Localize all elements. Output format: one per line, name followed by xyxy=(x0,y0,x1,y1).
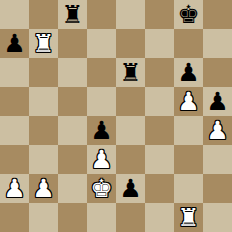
square-a4[interactable] xyxy=(0,116,29,145)
black-pawn[interactable]: ♟ xyxy=(206,87,228,116)
square-b4[interactable] xyxy=(29,116,58,145)
square-h7[interactable] xyxy=(203,29,232,58)
white-pawn[interactable]: ♟ xyxy=(3,174,25,203)
square-b6[interactable] xyxy=(29,58,58,87)
square-b2[interactable]: ♟ xyxy=(29,174,58,203)
square-e4[interactable] xyxy=(116,116,145,145)
square-e2[interactable]: ♟ xyxy=(116,174,145,203)
square-e6[interactable]: ♜ xyxy=(116,58,145,87)
square-g4[interactable] xyxy=(174,116,203,145)
square-c1[interactable] xyxy=(58,203,87,232)
square-h4[interactable]: ♟ xyxy=(203,116,232,145)
black-pawn[interactable]: ♟ xyxy=(177,58,199,87)
square-b3[interactable] xyxy=(29,145,58,174)
black-king[interactable]: ♚ xyxy=(177,0,199,29)
square-d5[interactable] xyxy=(87,87,116,116)
black-pawn[interactable]: ♟ xyxy=(3,29,25,58)
square-g3[interactable] xyxy=(174,145,203,174)
square-f5[interactable] xyxy=(145,87,174,116)
square-f4[interactable] xyxy=(145,116,174,145)
square-b7[interactable]: ♜ xyxy=(29,29,58,58)
white-rook[interactable]: ♜ xyxy=(32,29,54,58)
white-pawn[interactable]: ♟ xyxy=(90,145,112,174)
square-f7[interactable] xyxy=(145,29,174,58)
black-rook[interactable]: ♜ xyxy=(119,58,141,87)
square-h8[interactable] xyxy=(203,0,232,29)
square-c3[interactable] xyxy=(58,145,87,174)
square-e3[interactable] xyxy=(116,145,145,174)
square-f2[interactable] xyxy=(145,174,174,203)
square-f1[interactable] xyxy=(145,203,174,232)
black-pawn[interactable]: ♟ xyxy=(90,116,112,145)
square-d7[interactable] xyxy=(87,29,116,58)
square-h2[interactable] xyxy=(203,174,232,203)
square-h6[interactable] xyxy=(203,58,232,87)
square-c7[interactable] xyxy=(58,29,87,58)
square-d8[interactable] xyxy=(87,0,116,29)
square-d6[interactable] xyxy=(87,58,116,87)
black-rook[interactable]: ♜ xyxy=(61,0,83,29)
square-g6[interactable]: ♟ xyxy=(174,58,203,87)
square-a8[interactable] xyxy=(0,0,29,29)
white-pawn[interactable]: ♟ xyxy=(177,87,199,116)
square-a1[interactable] xyxy=(0,203,29,232)
black-pawn[interactable]: ♟ xyxy=(119,174,141,203)
square-b8[interactable] xyxy=(29,0,58,29)
square-g8[interactable]: ♚ xyxy=(174,0,203,29)
square-d1[interactable] xyxy=(87,203,116,232)
square-c8[interactable]: ♜ xyxy=(58,0,87,29)
square-e1[interactable] xyxy=(116,203,145,232)
square-a3[interactable] xyxy=(0,145,29,174)
white-rook[interactable]: ♜ xyxy=(177,203,199,232)
square-h3[interactable] xyxy=(203,145,232,174)
chess-board: ♜♚♟♜♜♟♟♟♟♟♟♟♟♚♟♜ xyxy=(0,0,232,232)
square-c2[interactable] xyxy=(58,174,87,203)
square-d3[interactable]: ♟ xyxy=(87,145,116,174)
square-g1[interactable]: ♜ xyxy=(174,203,203,232)
square-e5[interactable] xyxy=(116,87,145,116)
square-a5[interactable] xyxy=(0,87,29,116)
square-c5[interactable] xyxy=(58,87,87,116)
square-c4[interactable] xyxy=(58,116,87,145)
square-d2[interactable]: ♚ xyxy=(87,174,116,203)
square-f8[interactable] xyxy=(145,0,174,29)
square-e7[interactable] xyxy=(116,29,145,58)
square-c6[interactable] xyxy=(58,58,87,87)
square-a6[interactable] xyxy=(0,58,29,87)
square-b1[interactable] xyxy=(29,203,58,232)
square-h5[interactable]: ♟ xyxy=(203,87,232,116)
square-h1[interactable] xyxy=(203,203,232,232)
square-g2[interactable] xyxy=(174,174,203,203)
square-f3[interactable] xyxy=(145,145,174,174)
square-g7[interactable] xyxy=(174,29,203,58)
square-e8[interactable] xyxy=(116,0,145,29)
white-pawn[interactable]: ♟ xyxy=(32,174,54,203)
square-b5[interactable] xyxy=(29,87,58,116)
square-f6[interactable] xyxy=(145,58,174,87)
square-a2[interactable]: ♟ xyxy=(0,174,29,203)
white-king[interactable]: ♚ xyxy=(90,174,112,203)
square-d4[interactable]: ♟ xyxy=(87,116,116,145)
white-pawn[interactable]: ♟ xyxy=(206,116,228,145)
square-g5[interactable]: ♟ xyxy=(174,87,203,116)
square-a7[interactable]: ♟ xyxy=(0,29,29,58)
